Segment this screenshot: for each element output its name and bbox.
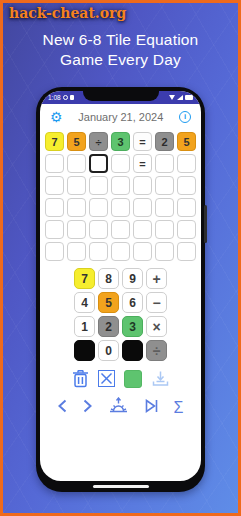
action-row <box>72 369 170 388</box>
board-cell[interactable] <box>89 242 108 261</box>
board-cell[interactable] <box>89 176 108 195</box>
key-5[interactable]: 5 <box>98 292 119 313</box>
board-cell[interactable] <box>67 154 86 173</box>
key-3[interactable]: 3 <box>122 316 143 337</box>
key-plus[interactable]: + <box>146 268 167 289</box>
trash-icon <box>72 369 89 388</box>
board-cell[interactable] <box>177 220 196 239</box>
board-cell[interactable] <box>177 176 196 195</box>
board-cell[interactable] <box>45 242 64 261</box>
puzzle-date: January 21, 2024 <box>63 111 179 123</box>
key-0[interactable]: 0 <box>98 340 119 361</box>
wifi-icon <box>169 95 175 100</box>
key-divide[interactable]: ÷ <box>146 340 167 361</box>
today-button[interactable] <box>108 397 129 418</box>
board-cell[interactable] <box>45 154 64 173</box>
board-cell[interactable]: 3 <box>111 132 130 151</box>
chevron-right-icon <box>83 399 92 413</box>
board-cell[interactable]: = <box>133 132 152 151</box>
board-cell[interactable]: 5 <box>177 132 196 151</box>
board-cell[interactable] <box>155 198 174 217</box>
board-cell[interactable] <box>155 242 174 261</box>
download-icon <box>151 369 170 388</box>
x-box-icon <box>100 372 113 385</box>
skip-to-end-button[interactable] <box>145 399 158 417</box>
key-9[interactable]: 9 <box>122 268 143 289</box>
app-screen: 1:08 ⚙ January 21, 2024 i 75÷3=25= 789+4… <box>40 91 201 481</box>
chevron-left-icon <box>58 399 67 413</box>
skip-to-end-icon <box>145 399 158 413</box>
settings-gear-icon[interactable]: ⚙ <box>50 110 63 124</box>
bottom-nav: Σ <box>58 397 184 418</box>
phone-side-button <box>204 205 207 243</box>
board-cell[interactable] <box>111 176 130 195</box>
key-7[interactable]: 7 <box>74 268 95 289</box>
key-minus[interactable]: − <box>146 292 167 313</box>
board-cell[interactable]: ÷ <box>89 132 108 151</box>
board-cell[interactable] <box>89 154 108 173</box>
board-cell[interactable] <box>45 220 64 239</box>
board-cell[interactable] <box>45 176 64 195</box>
prev-button[interactable] <box>58 399 67 417</box>
board-cell[interactable]: 5 <box>67 132 86 151</box>
key-1[interactable]: 1 <box>74 316 95 337</box>
banner-line-2: Game Every Day <box>3 50 238 70</box>
home-indicator <box>93 485 149 489</box>
info-icon[interactable]: i <box>179 111 191 123</box>
key-8[interactable]: 8 <box>98 268 119 289</box>
board-cell[interactable] <box>155 154 174 173</box>
delete-button[interactable] <box>72 369 89 388</box>
board-cell[interactable] <box>177 242 196 261</box>
board-cell[interactable] <box>177 154 196 173</box>
board-cell[interactable] <box>133 176 152 195</box>
board-cell[interactable] <box>67 220 86 239</box>
app-notification-icon <box>70 95 74 100</box>
alarm-icon <box>63 95 68 100</box>
board-cell[interactable] <box>111 154 130 173</box>
board-cell[interactable]: 7 <box>45 132 64 151</box>
sum-button[interactable]: Σ <box>174 399 184 417</box>
key-multiply[interactable]: × <box>146 316 167 337</box>
equation-board: 75÷3=25= <box>45 132 196 261</box>
watermark: hack-cheat.org <box>9 5 126 21</box>
board-cell[interactable] <box>89 220 108 239</box>
key-6[interactable]: 6 <box>122 292 143 313</box>
phone-notch <box>83 91 159 101</box>
status-time: 1:08 <box>48 94 61 101</box>
board-cell[interactable] <box>111 220 130 239</box>
board-cell[interactable] <box>89 198 108 217</box>
key-4[interactable]: 4 <box>74 292 95 313</box>
signal-icon <box>177 95 183 100</box>
phone-frame: 1:08 ⚙ January 21, 2024 i 75÷3=25= 789+4… <box>36 87 205 492</box>
clear-button[interactable] <box>98 370 115 387</box>
promo-screenshot: hack-cheat.org New 6-8 Tile Equation Gam… <box>0 0 241 516</box>
save-button[interactable] <box>151 369 170 388</box>
tile-keyboard: 789+456−123×0÷ <box>74 268 167 361</box>
board-cell[interactable] <box>155 220 174 239</box>
banner-line-1: New 6-8 Tile Equation <box>3 30 238 50</box>
board-cell[interactable] <box>67 176 86 195</box>
green-square-swatch[interactable] <box>124 370 142 388</box>
board-cell[interactable] <box>133 220 152 239</box>
banner-title: New 6-8 Tile Equation Game Every Day <box>3 30 238 70</box>
status-right <box>169 95 193 100</box>
board-cell[interactable] <box>67 198 86 217</box>
battery-icon <box>185 95 193 100</box>
board-cell[interactable] <box>67 242 86 261</box>
app-header: ⚙ January 21, 2024 i <box>40 104 201 124</box>
sunrise-icon <box>108 397 129 414</box>
board-cell[interactable]: 2 <box>155 132 174 151</box>
key-2[interactable]: 2 <box>98 316 119 337</box>
status-left: 1:08 <box>48 94 74 101</box>
key-blank-right[interactable] <box>122 340 143 361</box>
board-cell[interactable] <box>133 242 152 261</box>
board-cell[interactable] <box>177 198 196 217</box>
board-cell[interactable] <box>133 198 152 217</box>
board-cell[interactable] <box>45 198 64 217</box>
board-cell[interactable]: = <box>133 154 152 173</box>
next-button[interactable] <box>83 399 92 417</box>
key-blank-left[interactable] <box>74 340 95 361</box>
board-cell[interactable] <box>111 242 130 261</box>
board-cell[interactable] <box>155 176 174 195</box>
board-cell[interactable] <box>111 198 130 217</box>
